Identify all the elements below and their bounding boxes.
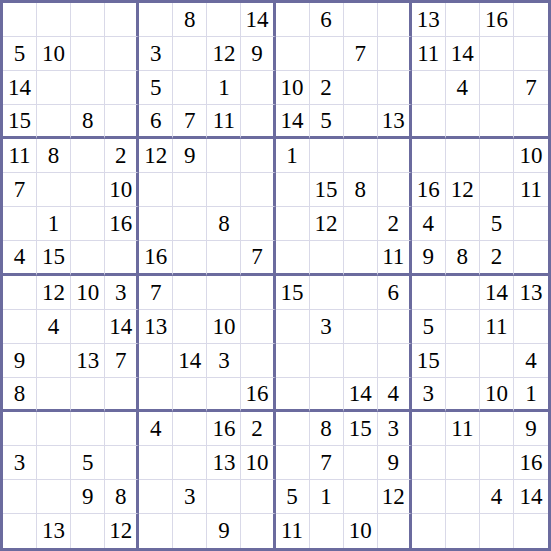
cell-r8c5-given[interactable]: 16 [139, 241, 173, 275]
cell-r4c10-given[interactable]: 5 [310, 105, 344, 139]
cell-r14c1-given[interactable]: 3 [3, 446, 37, 480]
cell-r10c12-empty[interactable] [378, 310, 412, 344]
cell-r15c15-given[interactable]: 4 [480, 480, 514, 514]
cell-r12c9-empty[interactable] [276, 378, 310, 412]
cell-r5c8-empty[interactable] [241, 139, 275, 173]
cell-r12c1-given[interactable]: 8 [3, 378, 37, 412]
cell-r15c14-empty[interactable] [446, 480, 480, 514]
cell-r12c14-empty[interactable] [446, 378, 480, 412]
cell-r7c13-given[interactable]: 4 [412, 207, 446, 241]
cell-r6c15-empty[interactable] [480, 173, 514, 207]
cell-r15c7-empty[interactable] [207, 480, 241, 514]
cell-r7c7-given[interactable]: 8 [207, 207, 241, 241]
cell-r13c13-empty[interactable] [412, 412, 446, 446]
cell-r10c5-given[interactable]: 13 [139, 310, 173, 344]
cell-r15c11-empty[interactable] [344, 480, 378, 514]
cell-r10c8-empty[interactable] [241, 310, 275, 344]
cell-r6c14-given[interactable]: 12 [446, 173, 480, 207]
cell-r10c4-given[interactable]: 14 [105, 310, 139, 344]
cell-r14c11-empty[interactable] [344, 446, 378, 480]
cell-r14c3-given[interactable]: 5 [71, 446, 105, 480]
cell-r1c3-empty[interactable] [71, 3, 105, 37]
cell-r10c11-empty[interactable] [344, 310, 378, 344]
cell-r4c1-given[interactable]: 15 [3, 105, 37, 139]
cell-r6c4-given[interactable]: 10 [105, 173, 139, 207]
cell-r3c12-empty[interactable] [378, 71, 412, 105]
cell-r9c4-given[interactable]: 3 [105, 276, 139, 310]
cell-r14c12-given[interactable]: 9 [378, 446, 412, 480]
cell-r10c7-given[interactable]: 10 [207, 310, 241, 344]
cell-r4c11-empty[interactable] [344, 105, 378, 139]
cell-r16c9-given[interactable]: 11 [276, 514, 310, 548]
cell-r5c10-empty[interactable] [310, 139, 344, 173]
cell-r3c13-empty[interactable] [412, 71, 446, 105]
cell-r14c2-empty[interactable] [37, 446, 71, 480]
cell-r2c8-given[interactable]: 9 [241, 37, 275, 71]
cell-r16c12-empty[interactable] [378, 514, 412, 548]
cell-r6c7-empty[interactable] [207, 173, 241, 207]
cell-r3c5-given[interactable]: 5 [139, 71, 173, 105]
cell-r9c6-empty[interactable] [173, 276, 207, 310]
cell-r13c8-given[interactable]: 2 [241, 412, 275, 446]
cell-r9c12-given[interactable]: 6 [378, 276, 412, 310]
cell-r4c13-empty[interactable] [412, 105, 446, 139]
cell-r3c15-empty[interactable] [480, 71, 514, 105]
cell-r11c11-empty[interactable] [344, 344, 378, 378]
cell-r12c13-given[interactable]: 3 [412, 378, 446, 412]
cell-r1c4-empty[interactable] [105, 3, 139, 37]
cell-r5c9-given[interactable]: 1 [276, 139, 310, 173]
cell-r9c11-empty[interactable] [344, 276, 378, 310]
cell-r6c3-empty[interactable] [71, 173, 105, 207]
cell-r1c9-empty[interactable] [276, 3, 310, 37]
cell-r3c11-empty[interactable] [344, 71, 378, 105]
cell-r2c2-given[interactable]: 10 [37, 37, 71, 71]
cell-r13c6-empty[interactable] [173, 412, 207, 446]
cell-r4c4-empty[interactable] [105, 105, 139, 139]
cell-r8c14-given[interactable]: 8 [446, 241, 480, 275]
cell-r15c13-empty[interactable] [412, 480, 446, 514]
cell-r12c11-given[interactable]: 14 [344, 378, 378, 412]
cell-r5c6-given[interactable]: 9 [173, 139, 207, 173]
cell-r5c2-given[interactable]: 8 [37, 139, 71, 173]
cell-r5c16-given[interactable]: 10 [514, 139, 548, 173]
cell-r13c16-given[interactable]: 9 [514, 412, 548, 446]
cell-r6c9-empty[interactable] [276, 173, 310, 207]
cell-r15c6-given[interactable]: 3 [173, 480, 207, 514]
cell-r7c10-given[interactable]: 12 [310, 207, 344, 241]
cell-r11c3-given[interactable]: 13 [71, 344, 105, 378]
cell-r11c13-given[interactable]: 15 [412, 344, 446, 378]
cell-r15c16-given[interactable]: 14 [514, 480, 548, 514]
cell-r2c10-empty[interactable] [310, 37, 344, 71]
cell-r5c15-empty[interactable] [480, 139, 514, 173]
cell-r10c15-given[interactable]: 11 [480, 310, 514, 344]
cell-r7c9-empty[interactable] [276, 207, 310, 241]
cell-r2c12-empty[interactable] [378, 37, 412, 71]
cell-r3c4-empty[interactable] [105, 71, 139, 105]
cell-r16c16-empty[interactable] [514, 514, 548, 548]
cell-r3c7-given[interactable]: 1 [207, 71, 241, 105]
cell-r3c1-given[interactable]: 14 [3, 71, 37, 105]
cell-r6c16-given[interactable]: 11 [514, 173, 548, 207]
cell-r2c14-given[interactable]: 14 [446, 37, 480, 71]
cell-r9c9-given[interactable]: 15 [276, 276, 310, 310]
cell-r2c9-empty[interactable] [276, 37, 310, 71]
cell-r16c13-empty[interactable] [412, 514, 446, 548]
cell-r6c13-given[interactable]: 16 [412, 173, 446, 207]
cell-r5c3-empty[interactable] [71, 139, 105, 173]
sudoku-board: 8146131651031297111414511024715867111451… [0, 0, 551, 551]
cell-r4c9-given[interactable]: 14 [276, 105, 310, 139]
cell-r10c3-empty[interactable] [71, 310, 105, 344]
cell-r9c2-given[interactable]: 12 [37, 276, 71, 310]
cell-r14c8-given[interactable]: 10 [241, 446, 275, 480]
cell-r11c9-empty[interactable] [276, 344, 310, 378]
cell-r2c4-empty[interactable] [105, 37, 139, 71]
cell-r1c5-empty[interactable] [139, 3, 173, 37]
cell-r8c2-given[interactable]: 15 [37, 241, 71, 275]
cell-r16c2-given[interactable]: 13 [37, 514, 71, 548]
cell-r9c10-empty[interactable] [310, 276, 344, 310]
cell-r10c16-empty[interactable] [514, 310, 548, 344]
cell-r14c7-given[interactable]: 13 [207, 446, 241, 480]
cell-r16c3-empty[interactable] [71, 514, 105, 548]
cell-r1c12-empty[interactable] [378, 3, 412, 37]
cell-r10c10-given[interactable]: 3 [310, 310, 344, 344]
cell-r14c16-given[interactable]: 16 [514, 446, 548, 480]
cell-r11c16-given[interactable]: 4 [514, 344, 548, 378]
cell-r12c12-given[interactable]: 4 [378, 378, 412, 412]
cell-r4c15-empty[interactable] [480, 105, 514, 139]
cell-r13c1-empty[interactable] [3, 412, 37, 446]
cell-r15c8-empty[interactable] [241, 480, 275, 514]
cell-r8c16-empty[interactable] [514, 241, 548, 275]
cell-r15c4-given[interactable]: 8 [105, 480, 139, 514]
cell-r2c15-empty[interactable] [480, 37, 514, 71]
cell-r11c1-given[interactable]: 9 [3, 344, 37, 378]
cell-r12c7-empty[interactable] [207, 378, 241, 412]
cell-r16c5-empty[interactable] [139, 514, 173, 548]
cell-r9c8-empty[interactable] [241, 276, 275, 310]
cell-r11c12-empty[interactable] [378, 344, 412, 378]
cell-r10c14-empty[interactable] [446, 310, 480, 344]
cell-r15c12-given[interactable]: 12 [378, 480, 412, 514]
cell-r11c14-empty[interactable] [446, 344, 480, 378]
cell-r16c4-given[interactable]: 12 [105, 514, 139, 548]
cell-r9c7-empty[interactable] [207, 276, 241, 310]
cell-r15c3-given[interactable]: 9 [71, 480, 105, 514]
cell-r4c16-empty[interactable] [514, 105, 548, 139]
cell-r12c5-empty[interactable] [139, 378, 173, 412]
cell-r1c10-given[interactable]: 6 [310, 3, 344, 37]
cell-r12c3-empty[interactable] [71, 378, 105, 412]
cell-r2c13-given[interactable]: 11 [412, 37, 446, 71]
cell-r5c13-empty[interactable] [412, 139, 446, 173]
cell-r7c14-empty[interactable] [446, 207, 480, 241]
cell-r3c9-given[interactable]: 10 [276, 71, 310, 105]
cell-r2c3-empty[interactable] [71, 37, 105, 71]
cell-r8c6-empty[interactable] [173, 241, 207, 275]
cell-r4c8-empty[interactable] [241, 105, 275, 139]
cell-r8c12-given[interactable]: 11 [378, 241, 412, 275]
cell-r16c7-given[interactable]: 9 [207, 514, 241, 548]
cell-r12c2-empty[interactable] [37, 378, 71, 412]
cell-r1c16-empty[interactable] [514, 3, 548, 37]
cell-r3c14-given[interactable]: 4 [446, 71, 480, 105]
cell-r14c6-empty[interactable] [173, 446, 207, 480]
cell-r14c9-empty[interactable] [276, 446, 310, 480]
cell-r8c8-given[interactable]: 7 [241, 241, 275, 275]
cell-r1c2-empty[interactable] [37, 3, 71, 37]
cell-r16c1-empty[interactable] [3, 514, 37, 548]
cell-r5c14-empty[interactable] [446, 139, 480, 173]
cell-r10c1-empty[interactable] [3, 310, 37, 344]
cell-r14c15-empty[interactable] [480, 446, 514, 480]
cell-r12c8-given[interactable]: 16 [241, 378, 275, 412]
cell-r15c9-given[interactable]: 5 [276, 480, 310, 514]
cell-r11c7-given[interactable]: 3 [207, 344, 241, 378]
cell-r7c3-empty[interactable] [71, 207, 105, 241]
cell-r15c2-empty[interactable] [37, 480, 71, 514]
cell-r8c13-given[interactable]: 9 [412, 241, 446, 275]
cell-r8c3-empty[interactable] [71, 241, 105, 275]
cell-r9c16-given[interactable]: 13 [514, 276, 548, 310]
cell-r8c1-given[interactable]: 4 [3, 241, 37, 275]
cell-r3c16-given[interactable]: 7 [514, 71, 548, 105]
cell-r13c12-given[interactable]: 3 [378, 412, 412, 446]
cell-r9c15-given[interactable]: 14 [480, 276, 514, 310]
cell-r8c7-empty[interactable] [207, 241, 241, 275]
cell-r2c5-given[interactable]: 3 [139, 37, 173, 71]
cell-r9c14-empty[interactable] [446, 276, 480, 310]
cell-r5c1-given[interactable]: 11 [3, 139, 37, 173]
cell-r8c10-empty[interactable] [310, 241, 344, 275]
cell-r12c16-given[interactable]: 1 [514, 378, 548, 412]
cell-r1c15-given[interactable]: 16 [480, 3, 514, 37]
cell-r8c15-given[interactable]: 2 [480, 241, 514, 275]
cell-r13c3-empty[interactable] [71, 412, 105, 446]
cell-r6c10-given[interactable]: 15 [310, 173, 344, 207]
cell-r1c14-empty[interactable] [446, 3, 480, 37]
cell-r13c10-given[interactable]: 8 [310, 412, 344, 446]
cell-r16c6-empty[interactable] [173, 514, 207, 548]
cell-r16c10-empty[interactable] [310, 514, 344, 548]
cell-r4c5-given[interactable]: 6 [139, 105, 173, 139]
cell-r11c8-empty[interactable] [241, 344, 275, 378]
cell-r11c15-empty[interactable] [480, 344, 514, 378]
cell-r2c6-empty[interactable] [173, 37, 207, 71]
cell-r5c12-empty[interactable] [378, 139, 412, 173]
cell-r12c6-empty[interactable] [173, 378, 207, 412]
cell-r14c10-given[interactable]: 7 [310, 446, 344, 480]
cell-r7c1-empty[interactable] [3, 207, 37, 241]
cell-r12c10-empty[interactable] [310, 378, 344, 412]
cell-r11c5-empty[interactable] [139, 344, 173, 378]
cell-r14c14-empty[interactable] [446, 446, 480, 480]
cell-r10c9-empty[interactable] [276, 310, 310, 344]
cell-r8c11-empty[interactable] [344, 241, 378, 275]
cell-r2c11-given[interactable]: 7 [344, 37, 378, 71]
cell-r6c8-empty[interactable] [241, 173, 275, 207]
cell-r6c5-empty[interactable] [139, 173, 173, 207]
cell-r15c1-empty[interactable] [3, 480, 37, 514]
cell-r7c11-empty[interactable] [344, 207, 378, 241]
cell-r5c4-given[interactable]: 2 [105, 139, 139, 173]
cell-r8c9-empty[interactable] [276, 241, 310, 275]
cell-r9c5-given[interactable]: 7 [139, 276, 173, 310]
cell-r6c1-given[interactable]: 7 [3, 173, 37, 207]
cell-r16c11-given[interactable]: 10 [344, 514, 378, 548]
cell-r12c4-empty[interactable] [105, 378, 139, 412]
cell-r4c7-given[interactable]: 11 [207, 105, 241, 139]
cell-r2c1-given[interactable]: 5 [3, 37, 37, 71]
cell-r3c8-empty[interactable] [241, 71, 275, 105]
cell-r1c13-given[interactable]: 13 [412, 3, 446, 37]
cell-r12c15-given[interactable]: 10 [480, 378, 514, 412]
cell-r16c14-empty[interactable] [446, 514, 480, 548]
cell-r13c15-empty[interactable] [480, 412, 514, 446]
cell-r8c4-empty[interactable] [105, 241, 139, 275]
cell-r5c11-empty[interactable] [344, 139, 378, 173]
cell-r11c4-given[interactable]: 7 [105, 344, 139, 378]
cell-r13c4-empty[interactable] [105, 412, 139, 446]
cell-r10c6-empty[interactable] [173, 310, 207, 344]
cell-r1c7-empty[interactable] [207, 3, 241, 37]
cell-r11c6-given[interactable]: 14 [173, 344, 207, 378]
cell-r16c8-empty[interactable] [241, 514, 275, 548]
cell-r10c2-given[interactable]: 4 [37, 310, 71, 344]
cell-r5c7-empty[interactable] [207, 139, 241, 173]
cell-r2c16-empty[interactable] [514, 37, 548, 71]
cell-r6c11-given[interactable]: 8 [344, 173, 378, 207]
cell-r13c5-given[interactable]: 4 [139, 412, 173, 446]
cell-r6c12-empty[interactable] [378, 173, 412, 207]
cell-r9c1-empty[interactable] [3, 276, 37, 310]
cell-r13c14-given[interactable]: 11 [446, 412, 480, 446]
cell-r14c4-empty[interactable] [105, 446, 139, 480]
cell-r15c5-empty[interactable] [139, 480, 173, 514]
cell-r2c7-given[interactable]: 12 [207, 37, 241, 71]
cell-r3c3-empty[interactable] [71, 71, 105, 105]
cell-r11c2-empty[interactable] [37, 344, 71, 378]
cell-r14c5-empty[interactable] [139, 446, 173, 480]
cell-r6c6-empty[interactable] [173, 173, 207, 207]
cell-r7c16-empty[interactable] [514, 207, 548, 241]
cell-r13c7-given[interactable]: 16 [207, 412, 241, 446]
cell-r3c2-empty[interactable] [37, 71, 71, 105]
cell-r4c6-given[interactable]: 7 [173, 105, 207, 139]
cell-r1c6-given[interactable]: 8 [173, 3, 207, 37]
cell-r4c3-given[interactable]: 8 [71, 105, 105, 139]
cell-r4c2-empty[interactable] [37, 105, 71, 139]
cell-r7c6-empty[interactable] [173, 207, 207, 241]
cell-r14c13-empty[interactable] [412, 446, 446, 480]
cell-r3c6-empty[interactable] [173, 71, 207, 105]
cell-r7c8-empty[interactable] [241, 207, 275, 241]
cell-r13c11-given[interactable]: 15 [344, 412, 378, 446]
cell-r4c14-empty[interactable] [446, 105, 480, 139]
cell-r7c5-empty[interactable] [139, 207, 173, 241]
cell-r13c2-empty[interactable] [37, 412, 71, 446]
cell-r7c4-given[interactable]: 16 [105, 207, 139, 241]
cell-r1c11-empty[interactable] [344, 3, 378, 37]
cell-r10c13-given[interactable]: 5 [412, 310, 446, 344]
cell-r15c10-given[interactable]: 1 [310, 480, 344, 514]
cell-r7c12-given[interactable]: 2 [378, 207, 412, 241]
cell-r7c2-given[interactable]: 1 [37, 207, 71, 241]
cell-r6c2-empty[interactable] [37, 173, 71, 207]
cell-r3c10-given[interactable]: 2 [310, 71, 344, 105]
cell-r7c15-given[interactable]: 5 [480, 207, 514, 241]
cell-r13c9-empty[interactable] [276, 412, 310, 446]
cell-r16c15-empty[interactable] [480, 514, 514, 548]
cell-r9c13-empty[interactable] [412, 276, 446, 310]
cell-r9c3-given[interactable]: 10 [71, 276, 105, 310]
cell-r4c12-given[interactable]: 13 [378, 105, 412, 139]
cell-r11c10-empty[interactable] [310, 344, 344, 378]
cell-r1c1-empty[interactable] [3, 3, 37, 37]
cell-r1c8-given[interactable]: 14 [241, 3, 275, 37]
cell-r5c5-given[interactable]: 12 [139, 139, 173, 173]
